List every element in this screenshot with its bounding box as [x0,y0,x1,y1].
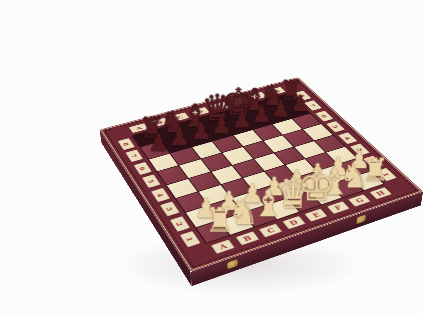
black-pawn[interactable]: ♟ [289,92,310,114]
brass-latch [356,215,366,225]
black-pawn[interactable]: ♟ [211,114,233,137]
black-pawn[interactable]: ♟ [231,108,252,131]
black-pawn[interactable]: ♟ [190,119,212,142]
black-pawn[interactable]: ♟ [251,103,272,126]
product-photo-background: ABCDEFGH ABCDEFGH 87654321 87654321 ♜♞♝♛… [0,0,423,318]
white-rook[interactable]: ♜ [204,203,229,237]
black-pawn[interactable]: ♟ [147,131,169,155]
brass-latch [227,259,238,269]
black-pawn[interactable]: ♟ [270,98,291,120]
black-pawn[interactable]: ♟ [169,125,191,149]
